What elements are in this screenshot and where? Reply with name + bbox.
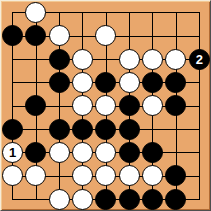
intersection-5-8[interactable] [118, 188, 141, 211]
intersection-5-5[interactable] [118, 118, 141, 141]
intersection-6-5[interactable] [141, 118, 164, 141]
black-stone [165, 95, 186, 116]
intersection-6-7[interactable] [141, 164, 164, 187]
intersection-8-0[interactable] [188, 1, 211, 24]
black-stone [2, 119, 23, 140]
intersection-6-3[interactable] [141, 71, 164, 94]
intersection-1-3[interactable] [24, 71, 47, 94]
white-stone [119, 49, 140, 70]
intersection-1-7[interactable] [24, 164, 47, 187]
black-stone [49, 72, 70, 93]
black-stone [165, 189, 186, 210]
intersection-1-4[interactable] [24, 94, 47, 117]
intersection-0-0[interactable] [1, 1, 24, 24]
intersection-8-6[interactable] [188, 141, 211, 164]
intersection-6-6[interactable] [141, 141, 164, 164]
intersection-0-7[interactable] [1, 164, 24, 187]
intersection-6-0[interactable] [141, 1, 164, 24]
white-stone: 1 [2, 142, 23, 163]
intersection-2-7[interactable] [48, 164, 71, 187]
intersection-1-6[interactable] [24, 141, 47, 164]
black-stone [95, 189, 116, 210]
black-stone [119, 119, 140, 140]
black-stone [25, 95, 46, 116]
intersection-0-6[interactable]: 1 [1, 141, 24, 164]
intersection-3-1[interactable] [71, 24, 94, 47]
intersection-7-2[interactable] [164, 48, 187, 71]
black-stone [142, 142, 163, 163]
black-stone [119, 189, 140, 210]
intersection-4-3[interactable] [94, 71, 117, 94]
intersection-1-5[interactable] [24, 118, 47, 141]
white-stone [95, 25, 116, 46]
intersection-2-6[interactable] [48, 141, 71, 164]
intersection-5-6[interactable] [118, 141, 141, 164]
intersection-4-4[interactable] [94, 94, 117, 117]
black-stone [119, 142, 140, 163]
black-stone [119, 95, 140, 116]
white-stone [142, 95, 163, 116]
intersection-0-2[interactable] [1, 48, 24, 71]
white-stone [95, 142, 116, 163]
intersection-0-1[interactable] [1, 24, 24, 47]
black-stone [49, 49, 70, 70]
white-stone [2, 165, 23, 186]
intersection-0-8[interactable] [1, 188, 24, 211]
white-stone [49, 142, 70, 163]
intersection-2-2[interactable] [48, 48, 71, 71]
intersection-5-1[interactable] [118, 24, 141, 47]
white-stone [142, 49, 163, 70]
intersection-4-8[interactable] [94, 188, 117, 211]
intersection-3-3[interactable] [71, 71, 94, 94]
white-stone [72, 49, 93, 70]
white-stone [49, 25, 70, 46]
intersection-0-4[interactable] [1, 94, 24, 117]
move-number-label: 2 [196, 53, 203, 66]
black-stone [95, 119, 116, 140]
white-stone [119, 72, 140, 93]
go-board: 21 [0, 0, 211, 211]
board-intersections: 21 [1, 1, 211, 211]
intersection-5-2[interactable] [118, 48, 141, 71]
intersection-8-5[interactable] [188, 118, 211, 141]
white-stone [25, 2, 46, 23]
intersection-4-7[interactable] [94, 164, 117, 187]
intersection-8-8[interactable] [188, 188, 211, 211]
black-stone [25, 142, 46, 163]
intersection-4-5[interactable] [94, 118, 117, 141]
black-stone [142, 72, 163, 93]
white-stone [72, 72, 93, 93]
intersection-4-2[interactable] [94, 48, 117, 71]
intersection-2-8[interactable] [48, 188, 71, 211]
intersection-6-1[interactable] [141, 24, 164, 47]
black-stone [95, 72, 116, 93]
intersection-3-4[interactable] [71, 94, 94, 117]
black-stone [25, 25, 46, 46]
intersection-4-1[interactable] [94, 24, 117, 47]
intersection-1-1[interactable] [24, 24, 47, 47]
intersection-7-5[interactable] [164, 118, 187, 141]
intersection-2-3[interactable] [48, 71, 71, 94]
intersection-8-2[interactable]: 2 [188, 48, 211, 71]
intersection-7-6[interactable] [164, 141, 187, 164]
intersection-8-1[interactable] [188, 24, 211, 47]
intersection-2-0[interactable] [48, 1, 71, 24]
intersection-7-1[interactable] [164, 24, 187, 47]
white-stone [95, 165, 116, 186]
intersection-8-4[interactable] [188, 94, 211, 117]
intersection-2-5[interactable] [48, 118, 71, 141]
intersection-0-5[interactable] [1, 118, 24, 141]
intersection-6-8[interactable] [141, 188, 164, 211]
intersection-6-2[interactable] [141, 48, 164, 71]
intersection-4-6[interactable] [94, 141, 117, 164]
move-number-label: 1 [9, 146, 16, 159]
intersection-1-8[interactable] [24, 188, 47, 211]
white-stone [72, 95, 93, 116]
white-stone [165, 49, 186, 70]
intersection-7-0[interactable] [164, 1, 187, 24]
intersection-5-4[interactable] [118, 94, 141, 117]
intersection-3-2[interactable] [71, 48, 94, 71]
intersection-3-5[interactable] [71, 118, 94, 141]
intersection-5-0[interactable] [118, 1, 141, 24]
white-stone [49, 189, 70, 210]
black-stone [165, 165, 186, 186]
intersection-0-3[interactable] [1, 71, 24, 94]
intersection-4-0[interactable] [94, 1, 117, 24]
intersection-1-2[interactable] [24, 48, 47, 71]
white-stone [25, 165, 46, 186]
intersection-7-7[interactable] [164, 164, 187, 187]
intersection-3-0[interactable] [71, 1, 94, 24]
intersection-3-6[interactable] [71, 141, 94, 164]
black-stone [2, 25, 23, 46]
white-stone [72, 189, 93, 210]
white-stone [95, 95, 116, 116]
intersection-1-0[interactable] [24, 1, 47, 24]
intersection-7-4[interactable] [164, 94, 187, 117]
black-stone [142, 189, 163, 210]
white-stone [142, 165, 163, 186]
intersection-3-8[interactable] [71, 188, 94, 211]
white-stone [72, 142, 93, 163]
intersection-3-7[interactable] [71, 164, 94, 187]
black-stone: 2 [189, 49, 210, 70]
intersection-2-1[interactable] [48, 24, 71, 47]
intersection-7-3[interactable] [164, 71, 187, 94]
intersection-2-4[interactable] [48, 94, 71, 117]
intersection-5-7[interactable] [118, 164, 141, 187]
black-stone [72, 119, 93, 140]
intersection-7-8[interactable] [164, 188, 187, 211]
intersection-8-3[interactable] [188, 71, 211, 94]
intersection-6-4[interactable] [141, 94, 164, 117]
white-stone [72, 165, 93, 186]
intersection-5-3[interactable] [118, 71, 141, 94]
black-stone [165, 72, 186, 93]
intersection-8-7[interactable] [188, 164, 211, 187]
white-stone [119, 165, 140, 186]
black-stone [49, 119, 70, 140]
